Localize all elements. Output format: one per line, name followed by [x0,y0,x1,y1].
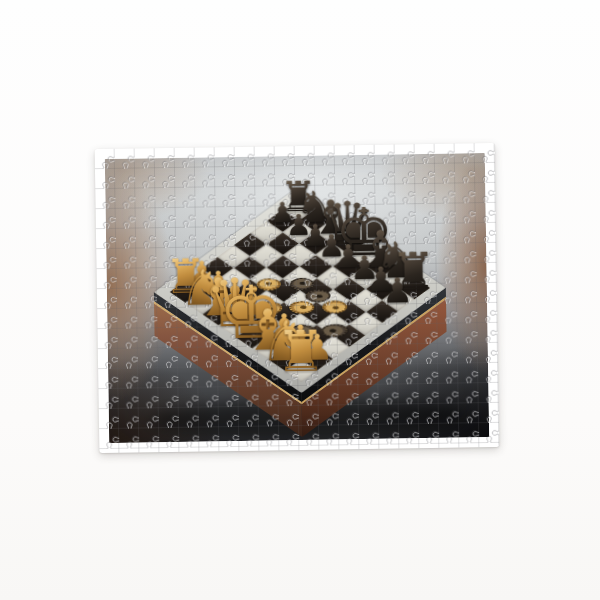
table-shadow [149,397,466,438]
page-background: ♜♞♟♝♟♛♟♚♟♝♟♞♟♟♜♟♟♜♟♟♞♟♝♟♛♟♚♟♝♟♞♜ [0,0,600,600]
board-grid [170,198,430,382]
jigsaw-puzzle: ♜♞♟♝♟♛♟♚♟♝♟♞♟♟♜♟♟♜♟♟♞♟♝♟♛♟♚♟♝♟♞♜ [95,143,500,453]
chess-board [154,187,445,393]
puzzle-artwork: ♜♞♟♝♟♛♟♚♟♝♟♞♟♟♜♟♟♜♟♟♞♟♝♟♛♟♚♟♝♟♞♜ [105,153,489,443]
